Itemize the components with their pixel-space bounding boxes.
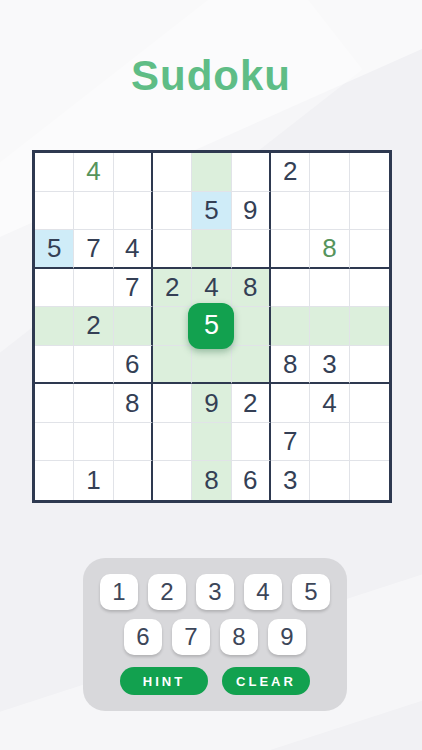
cell-r1c9[interactable] — [350, 153, 389, 192]
cell-r7c7[interactable] — [271, 384, 310, 423]
cell-r9c1[interactable] — [35, 461, 74, 500]
cell-r2c3[interactable] — [114, 192, 153, 231]
cell-r2c8[interactable] — [310, 192, 349, 231]
cell-r4c9[interactable] — [350, 269, 389, 308]
cell-r3c6[interactable] — [232, 230, 271, 269]
cell-r9c3[interactable] — [114, 461, 153, 500]
key-7[interactable]: 7 — [172, 619, 210, 655]
cell-r8c4[interactable] — [153, 423, 192, 462]
clear-button[interactable]: CLEAR — [222, 667, 310, 695]
page-title: Sudoku — [0, 52, 422, 100]
cell-r6c9[interactable] — [350, 346, 389, 385]
keypad-row-2: 6789 — [124, 619, 306, 655]
cell-r7c2[interactable] — [74, 384, 113, 423]
cell-r6c6[interactable] — [232, 346, 271, 385]
cell-r5c7[interactable] — [271, 307, 310, 346]
cell-r1c6[interactable] — [232, 153, 271, 192]
selected-cell-chip[interactable]: 5 — [188, 303, 234, 349]
hint-button[interactable]: HINT — [120, 667, 208, 695]
cell-r2c2[interactable] — [74, 192, 113, 231]
cell-r4c4[interactable]: 2 — [153, 269, 192, 308]
cell-r5c1[interactable] — [35, 307, 74, 346]
cell-r7c1[interactable] — [35, 384, 74, 423]
cell-r5c5[interactable]: 5 — [192, 307, 231, 346]
cell-r1c5[interactable] — [192, 153, 231, 192]
cell-r2c9[interactable] — [350, 192, 389, 231]
cell-r5c8[interactable] — [310, 307, 349, 346]
cell-r7c5[interactable]: 9 — [192, 384, 231, 423]
cell-r1c4[interactable] — [153, 153, 192, 192]
cell-r4c7[interactable] — [271, 269, 310, 308]
key-6[interactable]: 6 — [124, 619, 162, 655]
cell-r2c4[interactable] — [153, 192, 192, 231]
cell-r8c2[interactable] — [74, 423, 113, 462]
cell-r8c9[interactable] — [350, 423, 389, 462]
cell-r6c8[interactable]: 3 — [310, 346, 349, 385]
cell-r6c2[interactable] — [74, 346, 113, 385]
cell-r6c5[interactable] — [192, 346, 231, 385]
key-5[interactable]: 5 — [292, 574, 330, 610]
cell-r5c2[interactable]: 2 — [74, 307, 113, 346]
cell-r9c8[interactable] — [310, 461, 349, 500]
key-1[interactable]: 1 — [100, 574, 138, 610]
cell-r4c3[interactable]: 7 — [114, 269, 153, 308]
keypad-row-1: 12345 — [100, 574, 330, 610]
cell-r3c2[interactable]: 7 — [74, 230, 113, 269]
cell-r8c3[interactable] — [114, 423, 153, 462]
cell-r4c1[interactable] — [35, 269, 74, 308]
cell-r8c7[interactable]: 7 — [271, 423, 310, 462]
cell-r3c3[interactable]: 4 — [114, 230, 153, 269]
cell-r8c6[interactable] — [232, 423, 271, 462]
cell-r3c8[interactable]: 8 — [310, 230, 349, 269]
cell-r8c8[interactable] — [310, 423, 349, 462]
key-2[interactable]: 2 — [148, 574, 186, 610]
cell-r4c5[interactable]: 4 — [192, 269, 231, 308]
cell-r9c9[interactable] — [350, 461, 389, 500]
keypad-action-row: HINT CLEAR — [120, 667, 310, 695]
cell-r7c6[interactable]: 2 — [232, 384, 271, 423]
cell-r4c8[interactable] — [310, 269, 349, 308]
cell-r1c1[interactable] — [35, 153, 74, 192]
cell-r9c5[interactable]: 8 — [192, 461, 231, 500]
cell-r2c5[interactable]: 5 — [192, 192, 231, 231]
key-4[interactable]: 4 — [244, 574, 282, 610]
cell-r4c2[interactable] — [74, 269, 113, 308]
cell-r9c7[interactable]: 3 — [271, 461, 310, 500]
cell-r3c1[interactable]: 5 — [35, 230, 74, 269]
cell-r6c7[interactable]: 8 — [271, 346, 310, 385]
cell-r7c9[interactable] — [350, 384, 389, 423]
key-9[interactable]: 9 — [268, 619, 306, 655]
cell-r5c3[interactable] — [114, 307, 153, 346]
cell-r5c9[interactable] — [350, 307, 389, 346]
cell-r3c7[interactable] — [271, 230, 310, 269]
cell-r9c6[interactable]: 6 — [232, 461, 271, 500]
cell-r2c6[interactable]: 9 — [232, 192, 271, 231]
cell-r8c5[interactable] — [192, 423, 231, 462]
cell-r1c8[interactable] — [310, 153, 349, 192]
cell-r7c8[interactable]: 4 — [310, 384, 349, 423]
cell-r5c6[interactable] — [232, 307, 271, 346]
cell-r8c1[interactable] — [35, 423, 74, 462]
cell-r7c3[interactable]: 8 — [114, 384, 153, 423]
cell-r5c4[interactable] — [153, 307, 192, 346]
cell-r1c2[interactable]: 4 — [74, 153, 113, 192]
cell-r2c7[interactable] — [271, 192, 310, 231]
cell-r7c4[interactable] — [153, 384, 192, 423]
cell-r9c2[interactable]: 1 — [74, 461, 113, 500]
cell-r6c4[interactable] — [153, 346, 192, 385]
sudoku-board: 42595748724825683892471863 — [32, 150, 392, 503]
key-8[interactable]: 8 — [220, 619, 258, 655]
cell-r4c6[interactable]: 8 — [232, 269, 271, 308]
cell-r3c4[interactable] — [153, 230, 192, 269]
cell-r6c1[interactable] — [35, 346, 74, 385]
cell-r9c4[interactable] — [153, 461, 192, 500]
keypad-panel: 12345 6789 HINT CLEAR — [83, 558, 347, 711]
cell-r1c3[interactable] — [114, 153, 153, 192]
cell-r6c3[interactable]: 6 — [114, 346, 153, 385]
key-3[interactable]: 3 — [196, 574, 234, 610]
cell-r3c9[interactable] — [350, 230, 389, 269]
cell-r3c5[interactable] — [192, 230, 231, 269]
cell-r2c1[interactable] — [35, 192, 74, 231]
cell-r1c7[interactable]: 2 — [271, 153, 310, 192]
